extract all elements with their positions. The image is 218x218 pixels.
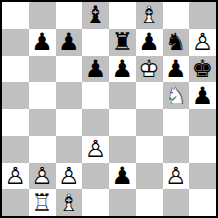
square-h3[interactable] [189, 136, 216, 163]
square-d5[interactable] [82, 82, 109, 109]
piece-white-pawn-fill: ♟ [29, 163, 56, 190]
piece-white-pawn: ♙ [56, 163, 83, 190]
square-e3[interactable] [109, 136, 136, 163]
piece-black-pawn: ♟ [29, 29, 56, 56]
square-f8[interactable]: ♝♗ [136, 2, 163, 29]
square-f5[interactable] [136, 82, 163, 109]
square-g6[interactable]: ♟ [163, 56, 190, 83]
piece-black-pawn: ♟ [163, 56, 190, 83]
square-g2[interactable]: ♟♙ [163, 163, 190, 190]
square-b7[interactable]: ♟ [29, 29, 56, 56]
piece-white-rook-fill: ♜ [29, 189, 56, 216]
piece-white-bishop: ♗ [136, 2, 163, 29]
square-b3[interactable] [29, 136, 56, 163]
square-e6[interactable]: ♟ [109, 56, 136, 83]
square-f7[interactable]: ♟ [136, 29, 163, 56]
square-e8[interactable] [109, 2, 136, 29]
square-g3[interactable] [163, 136, 190, 163]
square-h2[interactable] [189, 163, 216, 190]
piece-black-pawn: ♟ [109, 163, 136, 190]
piece-white-bishop-fill: ♝ [136, 2, 163, 29]
piece-white-pawn-fill: ♟ [163, 163, 190, 190]
square-a1[interactable] [2, 189, 29, 216]
square-h1[interactable] [189, 189, 216, 216]
square-a7[interactable] [2, 29, 29, 56]
piece-white-knight-fill: ♞ [163, 82, 190, 109]
square-d6[interactable]: ♟ [82, 56, 109, 83]
square-a8[interactable] [2, 2, 29, 29]
square-e1[interactable] [109, 189, 136, 216]
square-b1[interactable]: ♜♖ [29, 189, 56, 216]
piece-white-bishop: ♗ [56, 189, 83, 216]
square-f1[interactable] [136, 189, 163, 216]
square-f2[interactable] [136, 163, 163, 190]
square-d8[interactable]: ♝ [82, 2, 109, 29]
piece-white-pawn-fill: ♟ [56, 163, 83, 190]
square-g7[interactable]: ♞ [163, 29, 190, 56]
square-c7[interactable]: ♟ [56, 29, 83, 56]
square-a3[interactable] [2, 136, 29, 163]
square-c4[interactable] [56, 109, 83, 136]
square-c8[interactable] [56, 2, 83, 29]
square-f6[interactable]: ♚♔ [136, 56, 163, 83]
square-g1[interactable] [163, 189, 190, 216]
square-c6[interactable] [56, 56, 83, 83]
square-f4[interactable] [136, 109, 163, 136]
piece-white-pawn: ♙ [189, 29, 216, 56]
piece-black-king: ♚ [189, 56, 216, 83]
square-d4[interactable] [82, 109, 109, 136]
piece-black-pawn: ♟ [56, 29, 83, 56]
piece-black-pawn: ♟ [136, 29, 163, 56]
piece-white-pawn: ♙ [29, 163, 56, 190]
square-h4[interactable] [189, 109, 216, 136]
square-b6[interactable] [29, 56, 56, 83]
square-d2[interactable] [82, 163, 109, 190]
piece-white-king: ♔ [136, 56, 163, 83]
piece-white-king-fill: ♚ [136, 56, 163, 83]
piece-white-pawn: ♙ [163, 163, 190, 190]
square-c5[interactable] [56, 82, 83, 109]
square-g5[interactable]: ♞♘ [163, 82, 190, 109]
square-e2[interactable]: ♟ [109, 163, 136, 190]
square-g4[interactable] [163, 109, 190, 136]
square-d3[interactable]: ♟♙ [82, 136, 109, 163]
square-h7[interactable]: ♟♙ [189, 29, 216, 56]
square-a5[interactable] [2, 82, 29, 109]
piece-white-pawn-fill: ♟ [189, 29, 216, 56]
square-g8[interactable] [163, 2, 190, 29]
square-a2[interactable]: ♟♙ [2, 163, 29, 190]
piece-black-knight: ♞ [163, 29, 190, 56]
piece-black-pawn: ♟ [109, 56, 136, 83]
piece-white-pawn-fill: ♟ [2, 163, 29, 190]
square-d1[interactable] [82, 189, 109, 216]
piece-black-rook: ♜ [109, 29, 136, 56]
piece-white-rook: ♖ [29, 189, 56, 216]
square-b8[interactable] [29, 2, 56, 29]
piece-black-bishop: ♝ [82, 2, 109, 29]
chess-board: ♝♝♗♟♟♜♟♞♟♙♟♟♚♔♟♚♞♘♟♟♙♟♙♟♙♟♙♟♟♙♜♖♝♗ [0, 0, 218, 218]
square-h6[interactable]: ♚ [189, 56, 216, 83]
piece-white-pawn-fill: ♟ [82, 136, 109, 163]
piece-white-pawn: ♙ [82, 136, 109, 163]
piece-black-pawn: ♟ [82, 56, 109, 83]
square-b5[interactable] [29, 82, 56, 109]
square-h8[interactable] [189, 2, 216, 29]
square-f3[interactable] [136, 136, 163, 163]
square-c1[interactable]: ♝♗ [56, 189, 83, 216]
square-b2[interactable]: ♟♙ [29, 163, 56, 190]
square-e5[interactable] [109, 82, 136, 109]
square-c3[interactable] [56, 136, 83, 163]
square-e7[interactable]: ♜ [109, 29, 136, 56]
square-e4[interactable] [109, 109, 136, 136]
square-b4[interactable] [29, 109, 56, 136]
square-c2[interactable]: ♟♙ [56, 163, 83, 190]
square-a4[interactable] [2, 109, 29, 136]
piece-black-pawn: ♟ [189, 82, 216, 109]
piece-white-knight: ♘ [163, 82, 190, 109]
square-h5[interactable]: ♟ [189, 82, 216, 109]
square-d7[interactable] [82, 29, 109, 56]
piece-white-pawn: ♙ [2, 163, 29, 190]
square-a6[interactable] [2, 56, 29, 83]
piece-white-bishop-fill: ♝ [56, 189, 83, 216]
